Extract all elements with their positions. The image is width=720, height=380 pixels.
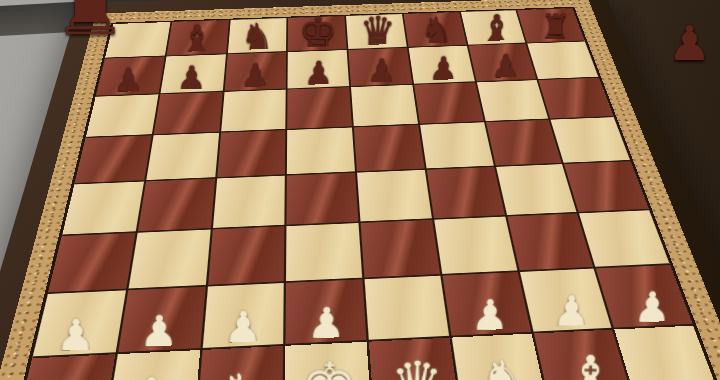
cork-border: ♝♞♚♛♞♝♜♟♟♟♟♟♟♟♟♟♟♟♟♟♟♜♝♞♚♛♞♝	[0, 0, 720, 380]
square-b6	[154, 92, 223, 135]
square-c1: ♞	[196, 346, 283, 380]
square-f1: ♞	[452, 334, 547, 380]
white-pawn-b2: ♟	[140, 312, 180, 351]
scene: ♝♞♚♛♞♝♜♟♟♟♟♟♟♟♟♟♟♟♟♟♟♜♝♞♚♛♞♝	[0, 0, 720, 380]
chess-board: ♝♞♚♛♞♝♜♟♟♟♟♟♟♟♟♟♟♟♟♟♟♜♝♞♚♛♞♝	[15, 8, 719, 380]
square-b1: ♝	[106, 350, 200, 380]
square-d8: ♚	[288, 16, 347, 51]
square-e4	[357, 170, 432, 221]
square-f7: ♟	[408, 46, 474, 84]
square-b4	[138, 179, 215, 231]
square-d6	[287, 87, 351, 129]
square-c3	[208, 226, 285, 284]
square-g6	[476, 80, 548, 121]
black-pawn-e7: ♟	[367, 57, 397, 87]
white-pawn-f2: ♟	[471, 297, 510, 336]
square-e3	[361, 220, 440, 277]
black-knight-f8: ♞	[420, 14, 454, 48]
black-pawn-b7: ♟	[177, 64, 207, 94]
square-h3	[579, 210, 669, 266]
board-inner-line: ♝♞♚♛♞♝♜♟♟♟♟♟♟♟♟♟♟♟♟♟♟♜♝♞♚♛♞♝	[10, 7, 720, 380]
offboard-black-pawn: ♟	[668, 22, 711, 65]
black-queen-e8: ♛	[359, 13, 396, 50]
white-knight-c1: ♞	[215, 370, 265, 380]
square-b8: ♝	[166, 20, 228, 55]
square-a6	[86, 94, 158, 137]
square-c8: ♞	[227, 18, 286, 53]
white-bishop-g1: ♝	[565, 351, 615, 380]
square-e5	[354, 125, 424, 171]
square-h8: ♜	[517, 8, 584, 42]
black-pawn-a7: ♟	[113, 66, 143, 96]
square-c7: ♟	[224, 52, 286, 90]
square-b3	[128, 229, 210, 288]
white-pawn-g2: ♟	[552, 293, 590, 331]
square-e7: ♟	[348, 48, 412, 86]
offboard-black-rook: ♜	[52, 0, 129, 43]
square-f6	[414, 82, 483, 124]
square-h7	[527, 41, 598, 78]
square-f8: ♞	[403, 12, 466, 46]
square-d7: ♟	[288, 50, 349, 88]
black-pawn-c7: ♟	[240, 61, 270, 91]
square-c2: ♟	[202, 283, 284, 349]
square-a5	[75, 136, 152, 183]
black-bishop-g8: ♝	[479, 11, 513, 46]
square-d5	[287, 128, 355, 175]
square-g8: ♝	[461, 10, 526, 44]
square-h1	[615, 326, 719, 380]
square-d3	[286, 223, 362, 281]
walnut-frame: ♝♞♚♛♞♝♜♟♟♟♟♟♟♟♟♟♟♟♟♟♟♜♝♞♚♛♞♝	[0, 0, 720, 380]
black-king-d8: ♚	[298, 13, 338, 53]
black-knight-c8: ♞	[240, 20, 274, 54]
white-pawn-d2: ♟	[307, 304, 346, 343]
white-king-d1: ♚	[300, 358, 358, 380]
black-pawn-f7: ♟	[429, 54, 459, 84]
square-a1: ♜	[15, 354, 115, 380]
white-knight-f1: ♞	[479, 357, 528, 380]
square-d1: ♚	[285, 342, 371, 380]
white-pawn-c2: ♟	[224, 308, 264, 347]
square-g3	[507, 213, 593, 270]
square-g5	[486, 120, 562, 166]
square-h4	[564, 161, 648, 211]
black-bishop-b8: ♝	[179, 22, 214, 57]
square-f3	[434, 216, 517, 273]
square-a4	[62, 182, 143, 235]
square-d4	[287, 173, 359, 225]
square-g7: ♟	[468, 43, 536, 81]
square-h6	[539, 78, 614, 119]
chess-board-assembly: ♝♞♚♛♞♝♜♟♟♟♟♟♟♟♟♟♟♟♟♟♟♜♝♞♚♛♞♝	[0, 0, 720, 380]
square-h2: ♟	[596, 265, 692, 328]
white-bishop-b1: ♝	[125, 373, 177, 380]
white-pawn-a2: ♟	[55, 316, 95, 355]
square-f5	[420, 122, 493, 168]
square-c4	[212, 176, 285, 228]
square-e6	[351, 85, 418, 127]
square-a7: ♟	[96, 56, 165, 95]
black-pawn-g7: ♟	[491, 52, 520, 82]
black-rook-h8: ♜	[539, 11, 571, 43]
square-f2: ♟	[442, 272, 530, 336]
white-queen-e1: ♛	[389, 357, 443, 380]
square-g4	[496, 164, 577, 215]
square-e2	[365, 275, 449, 340]
square-f4	[427, 167, 505, 218]
square-c5	[217, 130, 286, 177]
white-pawn-h2: ♟	[633, 289, 671, 327]
square-h5	[551, 117, 630, 162]
square-b5	[146, 133, 219, 180]
square-a3	[48, 233, 135, 292]
square-d2: ♟	[286, 279, 367, 344]
square-g1: ♝	[533, 330, 632, 380]
square-c6	[221, 89, 286, 131]
square-e8: ♛	[346, 14, 407, 49]
black-pawn-d7: ♟	[304, 59, 334, 89]
square-b2: ♟	[118, 286, 205, 352]
square-e1: ♛	[369, 338, 459, 380]
square-a2: ♟	[33, 290, 126, 357]
square-b7: ♟	[160, 54, 225, 93]
